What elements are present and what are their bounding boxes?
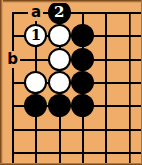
board-frame-bottom [0, 163, 142, 165]
stone-white [48, 71, 71, 94]
stone-black [71, 94, 94, 117]
point-label-b: b [5, 51, 20, 68]
goban: 21ab [1, 1, 141, 164]
stone-black [71, 24, 94, 47]
stone-black [24, 94, 47, 117]
stone-black [48, 94, 71, 117]
stone-white [48, 24, 71, 47]
stone-black-2: 2 [48, 1, 71, 24]
board-frame-top [0, 0, 142, 3]
stone-black [71, 48, 94, 71]
go-diagram: 21ab [0, 0, 142, 165]
stone-white [48, 48, 71, 71]
board-frame-right [141, 0, 142, 165]
stone-white-1: 1 [24, 24, 47, 47]
stone-black [71, 71, 94, 94]
stone-white [24, 71, 47, 94]
point-label-a: a [28, 4, 43, 21]
move-number: 2 [54, 5, 64, 20]
move-number: 1 [31, 28, 41, 43]
board-frame-left [0, 0, 3, 165]
